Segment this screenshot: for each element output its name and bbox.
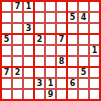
cell-r9c4[interactable] bbox=[35, 90, 44, 99]
cell-r4c3[interactable] bbox=[24, 35, 33, 44]
cell-r3c3[interactable]: 3 bbox=[24, 24, 33, 33]
cell-r7c8[interactable]: 5 bbox=[79, 68, 88, 77]
cell-r7c2[interactable]: 2 bbox=[13, 68, 22, 77]
cell-r4c2[interactable] bbox=[13, 35, 22, 44]
cell-r8c8[interactable] bbox=[79, 79, 88, 88]
cell-r9c9[interactable] bbox=[90, 90, 99, 99]
cell-r1c3[interactable]: 1 bbox=[24, 2, 33, 11]
cell-r8c5[interactable]: 1 bbox=[46, 79, 55, 88]
cell-r9c3[interactable] bbox=[24, 90, 33, 99]
cell-r9c7[interactable] bbox=[68, 90, 77, 99]
sudoku-board: 71543527187253169 bbox=[0, 0, 101, 101]
cell-r2c3[interactable] bbox=[24, 13, 33, 22]
cell-r4c5[interactable] bbox=[46, 35, 55, 44]
cell-r1c6[interactable] bbox=[57, 2, 66, 11]
cell-r4c9[interactable] bbox=[90, 35, 99, 44]
cell-r8c6[interactable] bbox=[57, 79, 66, 88]
cell-r6c1[interactable] bbox=[2, 57, 11, 66]
cell-r3c1[interactable] bbox=[2, 24, 11, 33]
cell-r1c2[interactable]: 7 bbox=[13, 2, 22, 11]
cell-r8c3[interactable] bbox=[24, 79, 33, 88]
cell-r3c9[interactable] bbox=[90, 24, 99, 33]
cell-r8c2[interactable] bbox=[13, 79, 22, 88]
cell-r1c4[interactable] bbox=[35, 2, 44, 11]
cell-r5c1[interactable] bbox=[2, 46, 11, 55]
cell-r2c4[interactable] bbox=[35, 13, 44, 22]
cell-r8c1[interactable] bbox=[2, 79, 11, 88]
cell-r2c1[interactable] bbox=[2, 13, 11, 22]
block-divider-horizontal-2 bbox=[2, 66, 99, 68]
cell-r7c7[interactable] bbox=[68, 68, 77, 77]
cell-r9c1[interactable] bbox=[2, 90, 11, 99]
cell-r6c7[interactable] bbox=[68, 57, 77, 66]
cell-r1c9[interactable] bbox=[90, 2, 99, 11]
cell-r7c4[interactable] bbox=[35, 68, 44, 77]
cell-r5c8[interactable] bbox=[79, 46, 88, 55]
cell-r7c1[interactable]: 7 bbox=[2, 68, 11, 77]
cell-r1c5[interactable] bbox=[46, 2, 55, 11]
cell-r1c1[interactable] bbox=[2, 2, 11, 11]
cell-r6c5[interactable] bbox=[46, 57, 55, 66]
cell-r5c4[interactable] bbox=[35, 46, 44, 55]
cell-r4c1[interactable]: 5 bbox=[2, 35, 11, 44]
cell-r9c8[interactable] bbox=[79, 90, 88, 99]
block-divider-vertical-1 bbox=[33, 2, 35, 99]
cell-r2c5[interactable] bbox=[46, 13, 55, 22]
cell-r3c2[interactable] bbox=[13, 24, 22, 33]
cell-r6c3[interactable] bbox=[24, 57, 33, 66]
cell-r5c6[interactable] bbox=[57, 46, 66, 55]
cell-r3c4[interactable] bbox=[35, 24, 44, 33]
cell-r1c8[interactable] bbox=[79, 2, 88, 11]
cell-r5c7[interactable] bbox=[68, 46, 77, 55]
cell-r9c2[interactable] bbox=[13, 90, 22, 99]
cell-r8c9[interactable] bbox=[90, 79, 99, 88]
cell-r6c9[interactable] bbox=[90, 57, 99, 66]
cell-r2c2[interactable] bbox=[13, 13, 22, 22]
sudoku-grid: 71543527187253169 bbox=[2, 2, 99, 99]
cell-r7c5[interactable] bbox=[46, 68, 55, 77]
block-divider-horizontal-1 bbox=[2, 33, 99, 35]
cell-r2c9[interactable] bbox=[90, 13, 99, 22]
cell-r7c6[interactable] bbox=[57, 68, 66, 77]
cell-r9c5[interactable]: 9 bbox=[46, 90, 55, 99]
cell-r5c5[interactable] bbox=[46, 46, 55, 55]
cell-r7c9[interactable] bbox=[90, 68, 99, 77]
cell-r3c8[interactable] bbox=[79, 24, 88, 33]
cell-r6c6[interactable]: 8 bbox=[57, 57, 66, 66]
cell-r3c6[interactable] bbox=[57, 24, 66, 33]
cell-r8c4[interactable]: 3 bbox=[35, 79, 44, 88]
cell-r8c7[interactable]: 6 bbox=[68, 79, 77, 88]
cell-r3c5[interactable] bbox=[46, 24, 55, 33]
cell-r5c3[interactable] bbox=[24, 46, 33, 55]
cell-r4c7[interactable] bbox=[68, 35, 77, 44]
cell-r4c8[interactable] bbox=[79, 35, 88, 44]
cell-r7c3[interactable] bbox=[24, 68, 33, 77]
cell-r5c2[interactable] bbox=[13, 46, 22, 55]
cell-r4c6[interactable]: 7 bbox=[57, 35, 66, 44]
cell-r2c8[interactable]: 4 bbox=[79, 13, 88, 22]
cell-r1c7[interactable] bbox=[68, 2, 77, 11]
cell-r6c4[interactable] bbox=[35, 57, 44, 66]
cell-r5c9[interactable]: 1 bbox=[90, 46, 99, 55]
cell-r2c7[interactable]: 5 bbox=[68, 13, 77, 22]
block-divider-vertical-2 bbox=[66, 2, 68, 99]
cell-r2c6[interactable] bbox=[57, 13, 66, 22]
cell-r4c4[interactable]: 2 bbox=[35, 35, 44, 44]
cell-r6c8[interactable] bbox=[79, 57, 88, 66]
cell-r6c2[interactable] bbox=[13, 57, 22, 66]
cell-r9c6[interactable] bbox=[57, 90, 66, 99]
cell-r3c7[interactable] bbox=[68, 24, 77, 33]
